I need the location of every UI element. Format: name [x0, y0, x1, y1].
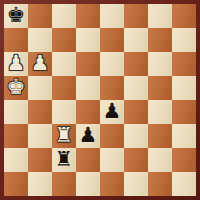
white-pawn[interactable]: ♟ — [7, 53, 26, 74]
square-b1[interactable] — [28, 172, 52, 196]
square-c1[interactable] — [52, 172, 76, 196]
square-d6[interactable] — [76, 52, 100, 76]
square-h8[interactable] — [172, 4, 196, 28]
square-g2[interactable] — [148, 148, 172, 172]
square-f1[interactable] — [124, 172, 148, 196]
square-f4[interactable] — [124, 100, 148, 124]
square-a7[interactable] — [4, 28, 28, 52]
black-pawn[interactable]: ♟ — [79, 125, 98, 146]
square-f5[interactable] — [124, 76, 148, 100]
square-d8[interactable] — [76, 4, 100, 28]
square-g1[interactable] — [148, 172, 172, 196]
square-b4[interactable] — [28, 100, 52, 124]
square-c3[interactable]: ♜ — [52, 124, 76, 148]
square-e5[interactable] — [100, 76, 124, 100]
square-c6[interactable] — [52, 52, 76, 76]
square-h3[interactable] — [172, 124, 196, 148]
square-b7[interactable] — [28, 28, 52, 52]
square-a2[interactable] — [4, 148, 28, 172]
square-g6[interactable] — [148, 52, 172, 76]
black-rook[interactable]: ♜ — [55, 149, 74, 170]
white-rook[interactable]: ♜ — [55, 125, 74, 146]
square-d1[interactable] — [76, 172, 100, 196]
square-c4[interactable] — [52, 100, 76, 124]
black-pawn[interactable]: ♟ — [103, 101, 122, 122]
square-g4[interactable] — [148, 100, 172, 124]
square-d7[interactable] — [76, 28, 100, 52]
square-h4[interactable] — [172, 100, 196, 124]
square-c5[interactable] — [52, 76, 76, 100]
square-b2[interactable] — [28, 148, 52, 172]
square-g5[interactable] — [148, 76, 172, 100]
square-b3[interactable] — [28, 124, 52, 148]
square-a1[interactable] — [4, 172, 28, 196]
square-f3[interactable] — [124, 124, 148, 148]
square-c8[interactable] — [52, 4, 76, 28]
square-f7[interactable] — [124, 28, 148, 52]
square-e7[interactable] — [100, 28, 124, 52]
square-d5[interactable] — [76, 76, 100, 100]
square-b5[interactable] — [28, 76, 52, 100]
square-a8[interactable]: ♚ — [4, 4, 28, 28]
square-e8[interactable] — [100, 4, 124, 28]
square-h5[interactable] — [172, 76, 196, 100]
board-frame: ♚♟♟♚♟♜♟♜ — [0, 0, 200, 200]
square-h1[interactable] — [172, 172, 196, 196]
square-e4[interactable]: ♟ — [100, 100, 124, 124]
chess-board: ♚♟♟♚♟♜♟♜ — [4, 4, 196, 196]
square-c2[interactable]: ♜ — [52, 148, 76, 172]
square-b8[interactable] — [28, 4, 52, 28]
square-c7[interactable] — [52, 28, 76, 52]
square-e3[interactable] — [100, 124, 124, 148]
square-f8[interactable] — [124, 4, 148, 28]
square-f2[interactable] — [124, 148, 148, 172]
square-a5[interactable]: ♚ — [4, 76, 28, 100]
square-a4[interactable] — [4, 100, 28, 124]
square-e2[interactable] — [100, 148, 124, 172]
square-h7[interactable] — [172, 28, 196, 52]
square-h6[interactable] — [172, 52, 196, 76]
square-f6[interactable] — [124, 52, 148, 76]
white-pawn[interactable]: ♟ — [31, 53, 50, 74]
square-a6[interactable]: ♟ — [4, 52, 28, 76]
square-d2[interactable] — [76, 148, 100, 172]
black-king[interactable]: ♚ — [7, 5, 26, 26]
square-a3[interactable] — [4, 124, 28, 148]
square-d3[interactable]: ♟ — [76, 124, 100, 148]
white-king[interactable]: ♚ — [7, 77, 26, 98]
square-g8[interactable] — [148, 4, 172, 28]
square-d4[interactable] — [76, 100, 100, 124]
square-g3[interactable] — [148, 124, 172, 148]
square-b6[interactable]: ♟ — [28, 52, 52, 76]
square-e1[interactable] — [100, 172, 124, 196]
square-g7[interactable] — [148, 28, 172, 52]
square-e6[interactable] — [100, 52, 124, 76]
square-h2[interactable] — [172, 148, 196, 172]
